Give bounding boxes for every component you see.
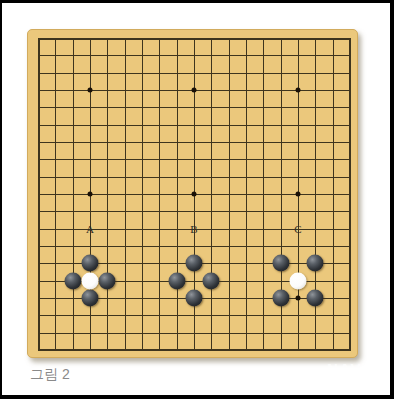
grid-line-vertical: [246, 38, 247, 351]
black-stone: [203, 273, 220, 290]
black-stone: [82, 255, 99, 272]
black-stone: [186, 290, 203, 307]
grid-line-vertical: [211, 38, 212, 351]
black-stone: [273, 255, 290, 272]
grid-line-vertical: [349, 38, 351, 351]
point-label-a: A: [86, 224, 94, 235]
star-point: [192, 192, 197, 197]
grid-line-vertical: [263, 38, 264, 351]
black-stone: [65, 273, 82, 290]
black-stone: [169, 273, 186, 290]
star-point: [296, 192, 301, 197]
grid-line-horizontal: [38, 211, 351, 212]
grid-line-horizontal: [38, 349, 351, 351]
figure-page: ABC NAVER 그림 2: [0, 0, 394, 399]
point-label-b: B: [190, 224, 197, 235]
grid-line-horizontal: [38, 333, 351, 334]
star-point: [192, 88, 197, 93]
grid-line-horizontal: [38, 246, 351, 247]
figure-caption: 그림 2: [30, 366, 70, 384]
black-stone: [82, 290, 99, 307]
black-stone: [99, 273, 116, 290]
white-stone: [290, 273, 307, 290]
grid-line-horizontal: [38, 315, 351, 316]
point-label-c: C: [294, 224, 301, 235]
grid-line-vertical: [229, 38, 230, 351]
white-stone: [82, 273, 99, 290]
black-stone: [307, 290, 324, 307]
go-board-grid: ABC: [38, 38, 351, 351]
black-stone: [307, 255, 324, 272]
black-stone: [186, 255, 203, 272]
star-point: [296, 296, 301, 301]
grid-line-vertical: [333, 38, 334, 351]
naver-watermark: NAVER: [327, 360, 386, 377]
black-stone: [273, 290, 290, 307]
star-point: [296, 88, 301, 93]
go-board: ABC NAVER: [27, 29, 358, 358]
star-point: [88, 88, 93, 93]
star-point: [88, 192, 93, 197]
